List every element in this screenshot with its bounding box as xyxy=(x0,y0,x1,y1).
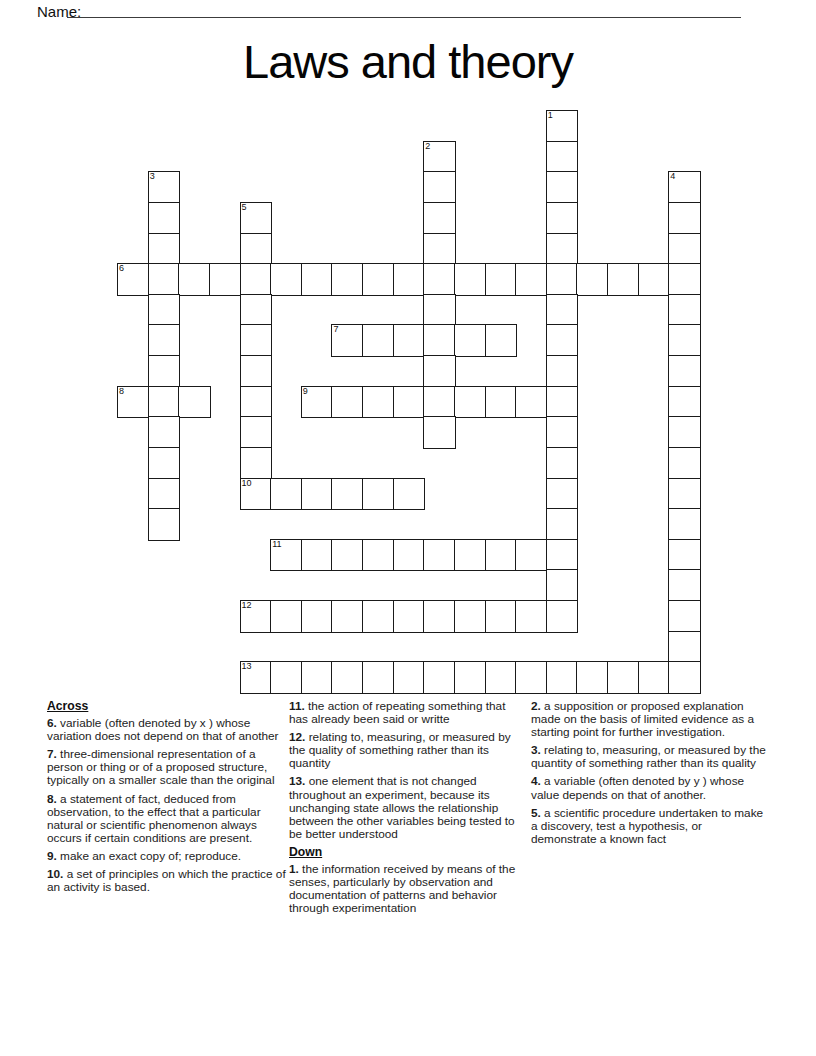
crossword-cell xyxy=(668,447,700,479)
crossword-cell: 2 xyxy=(423,141,455,173)
crossword-cell xyxy=(454,661,486,693)
cell-number: 7 xyxy=(333,324,338,334)
clues-column-1: Across6. variable (often denoted by x ) … xyxy=(47,700,288,899)
clues-column-3: 2. a supposition or proposed explanation… xyxy=(531,700,767,851)
crossword-cell xyxy=(485,263,517,295)
cell-number: 13 xyxy=(242,661,252,671)
puzzle-title: Laws and theory xyxy=(0,34,816,89)
crossword-cell xyxy=(423,263,455,295)
crossword-cell xyxy=(148,324,180,356)
crossword-cell xyxy=(607,661,639,693)
clue-number: 13. xyxy=(289,774,305,788)
clue-7: 7. three-dimensional representation of a… xyxy=(47,748,288,787)
clue-5: 5. a scientific procedure undertaken to … xyxy=(531,807,767,846)
crossword-cell xyxy=(546,478,578,510)
crossword-cell xyxy=(331,661,363,693)
crossword-cell xyxy=(240,294,272,326)
crossword-cell xyxy=(270,478,302,510)
clue-6: 6. variable (often denoted by x ) whose … xyxy=(47,717,288,743)
crossword-cell xyxy=(668,355,700,387)
crossword-cell xyxy=(270,661,302,693)
crossword-cell xyxy=(423,171,455,203)
crossword-cell xyxy=(423,294,455,326)
crossword-cell: 8 xyxy=(117,386,149,418)
crossword-cell xyxy=(546,355,578,387)
crossword-cell xyxy=(668,263,700,295)
crossword-grid: 12345678910111213 xyxy=(117,110,701,694)
crossword-cell xyxy=(546,508,578,540)
crossword-cell xyxy=(393,263,425,295)
name-blank-line xyxy=(67,1,741,18)
crossword-cell xyxy=(485,539,517,571)
crossword-cell xyxy=(454,386,486,418)
cell-number: 8 xyxy=(119,386,124,396)
crossword-cell: 6 xyxy=(117,263,149,295)
crossword-cell xyxy=(607,263,639,295)
cell-number: 12 xyxy=(242,600,252,610)
crossword-cell xyxy=(485,661,517,693)
crossword-cell: 3 xyxy=(148,171,180,203)
crossword-cell: 4 xyxy=(668,171,700,203)
clue-number: 2. xyxy=(531,699,541,713)
clue-number: 12. xyxy=(289,730,305,744)
crossword-cell xyxy=(301,600,333,632)
crossword-cell xyxy=(546,416,578,448)
crossword-cell xyxy=(668,294,700,326)
crossword-cell xyxy=(362,386,394,418)
crossword-cell xyxy=(515,386,547,418)
clue-number: 4. xyxy=(531,774,541,788)
crossword-cell: 5 xyxy=(240,202,272,234)
crossword-cell xyxy=(668,202,700,234)
crossword-cell xyxy=(638,661,670,693)
crossword-cell xyxy=(668,569,700,601)
crossword-cell xyxy=(209,263,241,295)
crossword-cell xyxy=(454,600,486,632)
crossword-cell xyxy=(331,539,363,571)
crossword-cell xyxy=(546,447,578,479)
crossword-cell xyxy=(362,263,394,295)
crossword-cell xyxy=(454,324,486,356)
crossword-cell xyxy=(301,661,333,693)
crossword-cell xyxy=(668,539,700,571)
crossword-cell xyxy=(148,294,180,326)
crossword-cell xyxy=(148,508,180,540)
clue-13: 13. one element that is not changed thro… xyxy=(289,775,527,840)
clue-9: 9. make an exact copy of; reproduce. xyxy=(47,850,288,863)
crossword-cell xyxy=(454,539,486,571)
crossword-cell xyxy=(148,263,180,295)
crossword-cell xyxy=(515,600,547,632)
crossword-cell xyxy=(148,447,180,479)
down-header: Down xyxy=(289,846,527,859)
crossword-cell xyxy=(148,233,180,265)
crossword-cell xyxy=(423,416,455,448)
crossword-cell xyxy=(546,539,578,571)
crossword-cell xyxy=(362,324,394,356)
crossword-cell xyxy=(240,416,272,448)
crossword-cell xyxy=(546,324,578,356)
crossword-cell xyxy=(148,386,180,418)
clue-12: 12. relating to, measuring, or measured … xyxy=(289,731,527,770)
crossword-cell xyxy=(668,661,700,693)
crossword-cell xyxy=(270,263,302,295)
across-header: Across xyxy=(47,700,288,713)
crossword-cell xyxy=(546,202,578,234)
crossword-cell xyxy=(393,478,425,510)
crossword-cell xyxy=(423,202,455,234)
crossword-cell xyxy=(301,263,333,295)
crossword-cell xyxy=(178,386,210,418)
crossword-cell: 7 xyxy=(331,324,363,356)
clue-number: 11. xyxy=(289,699,305,713)
crossword-cell xyxy=(240,447,272,479)
crossword-cell xyxy=(362,478,394,510)
crossword-cell xyxy=(393,539,425,571)
crossword-cell xyxy=(546,386,578,418)
crossword-cell xyxy=(331,478,363,510)
clue-4: 4. a variable (often denoted by y ) whos… xyxy=(531,775,767,801)
crossword-cell: 12 xyxy=(240,600,272,632)
cell-number: 10 xyxy=(242,478,252,488)
crossword-cell xyxy=(515,539,547,571)
crossword-cell xyxy=(668,233,700,265)
clues-column-2: 11. the action of repeating something th… xyxy=(289,700,527,920)
clue-number: 1. xyxy=(289,862,299,876)
crossword-cell xyxy=(148,202,180,234)
crossword-cell xyxy=(668,631,700,663)
crossword-cell xyxy=(515,661,547,693)
crossword-cell xyxy=(240,355,272,387)
clue-3: 3. relating to, measuring, or measured b… xyxy=(531,744,767,770)
crossword-cell xyxy=(423,600,455,632)
crossword-cell xyxy=(668,324,700,356)
crossword-cell xyxy=(668,386,700,418)
crossword-cell xyxy=(393,386,425,418)
crossword-cell xyxy=(393,600,425,632)
crossword-cell xyxy=(485,324,517,356)
crossword-cell xyxy=(393,324,425,356)
crossword-cell xyxy=(515,263,547,295)
cell-number: 9 xyxy=(303,386,308,396)
crossword-cell xyxy=(270,600,302,632)
crossword-cell xyxy=(546,569,578,601)
crossword-cell xyxy=(362,661,394,693)
crossword-cell: 1 xyxy=(546,110,578,142)
crossword-cell xyxy=(240,386,272,418)
cell-number: 4 xyxy=(670,171,675,181)
crossword-cell: 10 xyxy=(240,478,272,510)
crossword-cell xyxy=(423,324,455,356)
crossword-cell xyxy=(546,141,578,173)
cell-number: 3 xyxy=(150,171,155,181)
clue-8: 8. a statement of fact, deduced from obs… xyxy=(47,793,288,845)
crossword-cell xyxy=(668,600,700,632)
crossword-cell xyxy=(638,263,670,295)
crossword-cell xyxy=(331,386,363,418)
crossword-cell xyxy=(546,661,578,693)
crossword-cell xyxy=(423,386,455,418)
cell-number: 5 xyxy=(242,202,247,212)
crossword-cell xyxy=(546,233,578,265)
crossword-cell xyxy=(148,478,180,510)
crossword-cell xyxy=(668,478,700,510)
crossword-cell xyxy=(454,263,486,295)
clue-10: 10. a set of principles on which the pra… xyxy=(47,868,288,894)
clue-2: 2. a supposition or proposed explanation… xyxy=(531,700,767,739)
crossword-cell xyxy=(393,661,425,693)
clue-number: 6. xyxy=(47,716,57,730)
cell-number: 6 xyxy=(119,263,124,273)
clue-number: 5. xyxy=(531,806,541,820)
crossword-cell: 11 xyxy=(270,539,302,571)
crossword-cell xyxy=(423,355,455,387)
crossword-cell xyxy=(546,171,578,203)
crossword-cell xyxy=(240,233,272,265)
crossword-cell xyxy=(331,263,363,295)
crossword-cell xyxy=(301,478,333,510)
crossword-cell xyxy=(546,263,578,295)
cell-number: 1 xyxy=(548,110,553,120)
clue-11: 11. the action of repeating something th… xyxy=(289,700,527,726)
crossword-cell xyxy=(240,324,272,356)
crossword-cell xyxy=(423,661,455,693)
crossword-cell xyxy=(546,294,578,326)
crossword-cell xyxy=(576,661,608,693)
crossword-cell: 13 xyxy=(240,661,272,693)
crossword-cell xyxy=(362,539,394,571)
crossword-cell: 9 xyxy=(301,386,333,418)
clue-number: 10. xyxy=(47,867,63,881)
crossword-cell xyxy=(178,263,210,295)
clue-number: 8. xyxy=(47,792,57,806)
clue-1: 1. the information received by means of … xyxy=(289,863,527,915)
crossword-cell xyxy=(362,600,394,632)
crossword-cell xyxy=(423,233,455,265)
crossword-cell xyxy=(546,600,578,632)
clue-number: 7. xyxy=(47,747,57,761)
cell-number: 2 xyxy=(425,141,430,151)
crossword-cell xyxy=(301,539,333,571)
clue-number: 3. xyxy=(531,743,541,757)
crossword-cell xyxy=(148,355,180,387)
crossword-cell xyxy=(240,263,272,295)
crossword-cell xyxy=(485,600,517,632)
cell-number: 11 xyxy=(272,539,281,549)
crossword-cell xyxy=(668,508,700,540)
crossword-cell xyxy=(485,386,517,418)
crossword-cell xyxy=(148,416,180,448)
crossword-cell xyxy=(423,539,455,571)
crossword-cell xyxy=(576,263,608,295)
crossword-cell xyxy=(668,416,700,448)
crossword-cell xyxy=(331,600,363,632)
clue-number: 9. xyxy=(47,849,57,863)
